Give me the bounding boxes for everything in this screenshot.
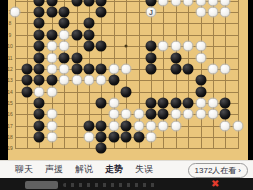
black-stone <box>83 41 94 52</box>
grid-line-horizontal <box>15 148 239 149</box>
white-stone <box>195 41 206 52</box>
black-stone <box>59 7 70 18</box>
black-stone <box>96 7 107 18</box>
black-stone <box>145 52 156 63</box>
white-stone: J <box>145 7 156 18</box>
black-stone <box>21 75 32 86</box>
row-coordinate-label: 16 <box>8 112 13 117</box>
white-stone <box>121 63 132 74</box>
white-stone <box>158 120 169 131</box>
white-stone <box>232 120 243 131</box>
black-stone <box>21 86 32 97</box>
black-stone <box>158 97 169 108</box>
black-stone <box>108 131 119 142</box>
black-stone <box>71 29 82 40</box>
white-stone <box>34 86 45 97</box>
black-stone <box>96 97 107 108</box>
white-stone <box>46 120 57 131</box>
white-stone <box>207 0 218 6</box>
white-stone <box>121 109 132 120</box>
black-stone <box>96 131 107 142</box>
white-stone <box>133 109 144 120</box>
black-stone <box>183 97 194 108</box>
black-stone <box>121 131 132 142</box>
white-stone <box>9 7 20 18</box>
viewers-count-label: 1372人在看 <box>195 165 237 176</box>
go-app-screen: 78910111213141516171819J 聊天 声援 解说 走势 失误 … <box>0 0 253 190</box>
black-stone <box>96 41 107 52</box>
row-coordinate-label: 15 <box>8 100 13 105</box>
black-stone <box>145 97 156 108</box>
tab-chat[interactable]: 聊天 <box>15 163 33 176</box>
chevron-right-icon: › <box>238 166 241 175</box>
black-stone <box>34 120 45 131</box>
white-stone <box>83 131 94 142</box>
black-stone <box>145 109 156 120</box>
black-stone <box>34 97 45 108</box>
white-stone <box>145 120 156 131</box>
black-stone <box>46 75 57 86</box>
white-stone <box>59 41 70 52</box>
black-stone <box>83 29 94 40</box>
white-stone <box>170 120 181 131</box>
white-stone <box>108 63 119 74</box>
black-stone <box>71 63 82 74</box>
white-stone <box>96 75 107 86</box>
grid-line-horizontal <box>15 23 239 24</box>
white-stone <box>108 109 119 120</box>
row-coordinate-label: 18 <box>8 134 13 139</box>
white-stone <box>133 120 144 131</box>
black-stone <box>145 41 156 52</box>
black-stone <box>34 0 45 6</box>
black-stone <box>96 0 107 6</box>
dimmed-chat-strip: ✖ <box>0 178 253 190</box>
white-stone <box>145 131 156 142</box>
black-stone <box>96 63 107 74</box>
white-stone <box>195 109 206 120</box>
black-stone <box>46 29 57 40</box>
white-stone <box>183 41 194 52</box>
white-stone <box>170 0 181 6</box>
black-stone <box>34 18 45 29</box>
black-stone <box>195 75 206 86</box>
white-stone <box>83 75 94 86</box>
tab-mistakes[interactable]: 失误 <box>135 163 153 176</box>
white-stone <box>46 41 57 52</box>
white-stone <box>59 75 70 86</box>
black-stone <box>34 75 45 86</box>
white-stone <box>183 109 194 120</box>
black-stone <box>108 75 119 86</box>
black-stone <box>34 29 45 40</box>
white-stone <box>158 0 169 6</box>
viewers-count-pill[interactable]: 1372人在看 › <box>188 163 248 178</box>
row-coordinate-label: 11 <box>8 55 13 60</box>
black-stone <box>21 63 32 74</box>
black-stone <box>71 52 82 63</box>
go-board[interactable]: 78910111213141516171819J <box>8 0 248 160</box>
white-stone <box>71 75 82 86</box>
row-coordinate-label: 12 <box>8 66 13 71</box>
black-stone <box>145 63 156 74</box>
black-stone <box>83 120 94 131</box>
white-stone <box>170 41 181 52</box>
black-stone <box>83 18 94 29</box>
black-stone <box>96 120 107 131</box>
white-stone <box>220 0 231 6</box>
white-stone <box>46 52 57 63</box>
white-stone <box>207 63 218 74</box>
black-stone <box>59 18 70 29</box>
row-coordinate-label: 9 <box>8 32 13 37</box>
black-stone <box>121 86 132 97</box>
white-stone <box>59 63 70 74</box>
black-stone <box>170 52 181 63</box>
chat-input-box[interactable] <box>25 181 58 189</box>
white-stone <box>207 97 218 108</box>
star-point <box>125 45 128 48</box>
white-stone <box>170 109 181 120</box>
white-stone <box>195 0 206 6</box>
black-stone <box>96 143 107 154</box>
black-stone <box>34 131 45 142</box>
row-coordinate-label: 19 <box>8 146 13 151</box>
tab-cheer[interactable]: 声援 <box>45 163 63 176</box>
white-stone <box>46 131 57 142</box>
row-coordinate-label: 8 <box>8 21 13 26</box>
white-stone <box>46 109 57 120</box>
black-stone <box>34 52 45 63</box>
black-stone <box>158 109 169 120</box>
white-stone <box>220 63 231 74</box>
black-stone <box>133 131 144 142</box>
black-stone <box>46 0 57 6</box>
white-stone <box>195 7 206 18</box>
white-stone <box>108 97 119 108</box>
black-stone <box>121 120 132 131</box>
white-stone <box>59 29 70 40</box>
black-stone <box>71 0 82 6</box>
white-stone <box>108 120 119 131</box>
black-stone <box>170 97 181 108</box>
row-coordinate-label: 14 <box>8 89 13 94</box>
black-stone <box>34 7 45 18</box>
white-stone <box>183 0 194 6</box>
black-stone <box>220 97 231 108</box>
white-stone <box>195 97 206 108</box>
white-stone <box>195 52 206 63</box>
tab-commentary[interactable]: 解说 <box>75 163 93 176</box>
tab-trend[interactable]: 走势 <box>105 163 123 176</box>
black-stone <box>83 0 94 6</box>
tab-bar: 聊天 声援 解说 走势 失误 1372人在看 › <box>0 160 253 178</box>
white-stone <box>220 7 231 18</box>
gift-icon[interactable]: ✖ <box>211 178 219 190</box>
black-stone <box>195 86 206 97</box>
black-stone <box>34 109 45 120</box>
black-stone <box>34 63 45 74</box>
black-stone <box>220 109 231 120</box>
white-stone <box>207 109 218 120</box>
black-stone <box>145 0 156 6</box>
dimmed-chat-text <box>63 183 158 187</box>
black-stone <box>46 7 57 18</box>
black-stone <box>183 63 194 74</box>
black-stone <box>83 63 94 74</box>
white-stone <box>220 120 231 131</box>
move-label: J <box>146 8 155 17</box>
white-stone <box>207 7 218 18</box>
black-stone <box>59 52 70 63</box>
row-coordinate-label: 10 <box>8 44 13 49</box>
white-stone <box>46 86 57 97</box>
black-stone <box>34 41 45 52</box>
row-coordinate-label: 17 <box>8 123 13 128</box>
white-stone <box>46 63 57 74</box>
row-coordinate-label: 13 <box>8 78 13 83</box>
black-stone <box>170 63 181 74</box>
white-stone <box>158 41 169 52</box>
